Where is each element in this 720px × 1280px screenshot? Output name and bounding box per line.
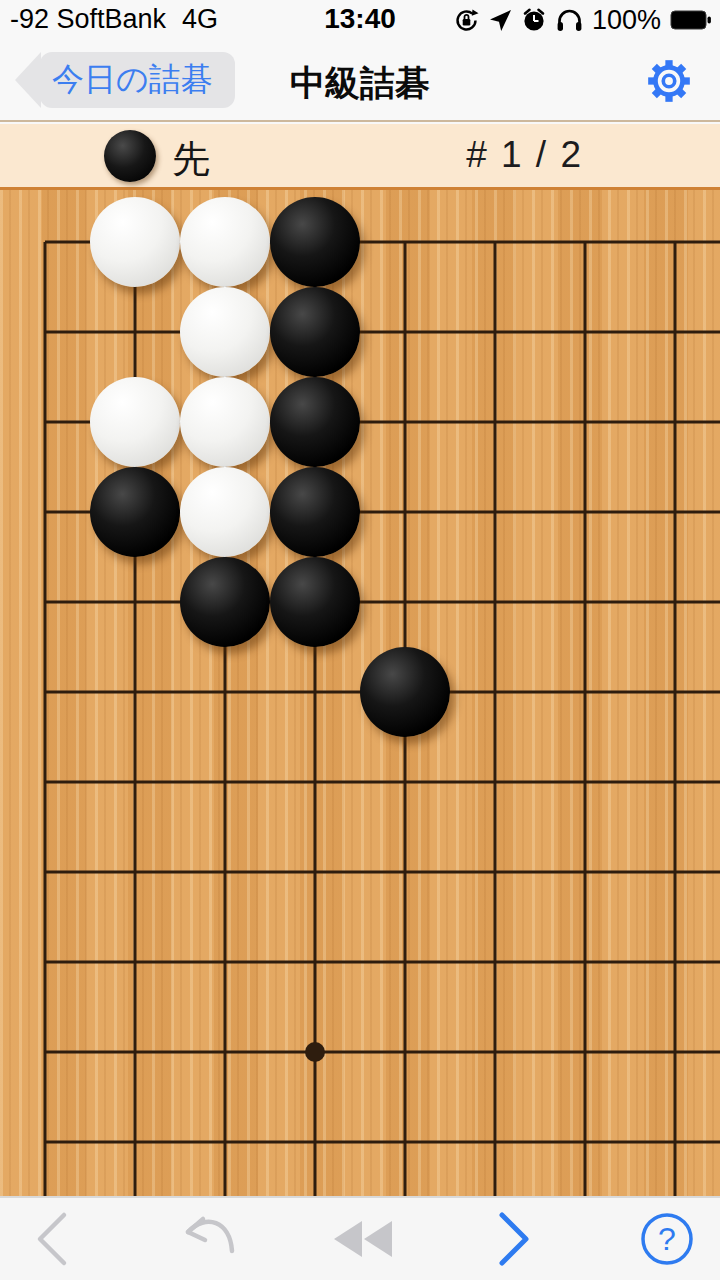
- puzzle-index-label: # 1 / 2: [466, 134, 583, 176]
- black-stone-c4r4[interactable]: [270, 467, 360, 557]
- status-bar: -92 SoftBank 4G 13:40: [0, 0, 720, 40]
- black-stone-c4r2[interactable]: [270, 287, 360, 377]
- chevron-left-icon: [34, 1210, 70, 1268]
- svg-text:?: ?: [658, 1221, 676, 1257]
- bottom-toolbar: ?: [0, 1196, 720, 1280]
- black-stone-icon: [104, 130, 156, 182]
- black-stone-c4r3[interactable]: [270, 377, 360, 467]
- forward-button[interactable]: [496, 1210, 532, 1268]
- white-stone-c3r4[interactable]: [180, 467, 270, 557]
- white-stone-c3r1[interactable]: [180, 197, 270, 287]
- puzzle-banner: 先 # 1 / 2: [0, 124, 720, 190]
- black-stone-c4r1[interactable]: [270, 197, 360, 287]
- to-play-label: 先: [172, 134, 210, 185]
- black-stone-c4r5[interactable]: [270, 557, 360, 647]
- white-stone-c2r1[interactable]: [90, 197, 180, 287]
- status-icons: 100%: [453, 0, 712, 40]
- battery-percent-label: 100%: [592, 5, 661, 36]
- location-icon: [489, 9, 512, 32]
- undo-arrow-icon: [178, 1213, 240, 1265]
- page-title: 中級詰碁: [0, 60, 720, 107]
- go-board[interactable]: [0, 190, 720, 1196]
- undo-button[interactable]: [178, 1213, 240, 1265]
- gear-icon: [644, 56, 694, 106]
- help-icon: ?: [639, 1211, 695, 1267]
- black-stone-c2r4[interactable]: [90, 467, 180, 557]
- black-stone-c3r5[interactable]: [180, 557, 270, 647]
- white-stone-c2r3[interactable]: [90, 377, 180, 467]
- alarm-icon: [521, 7, 547, 33]
- chevron-right-icon: [496, 1210, 532, 1268]
- nav-bar: 今日の詰碁 中級詰碁: [0, 40, 720, 122]
- white-stone-c3r2[interactable]: [180, 287, 270, 377]
- black-stone-c5r6[interactable]: [360, 647, 450, 737]
- headphones-icon: [556, 8, 583, 33]
- star-point: [305, 1042, 325, 1062]
- rewind-button[interactable]: [332, 1221, 396, 1257]
- rewind-icon: [332, 1221, 396, 1257]
- prev-problem-button[interactable]: [34, 1210, 70, 1268]
- rotation-lock-icon: [453, 7, 480, 34]
- help-button[interactable]: ?: [639, 1211, 695, 1267]
- settings-button[interactable]: [644, 56, 694, 106]
- battery-icon: [670, 9, 712, 31]
- white-stone-c3r3[interactable]: [180, 377, 270, 467]
